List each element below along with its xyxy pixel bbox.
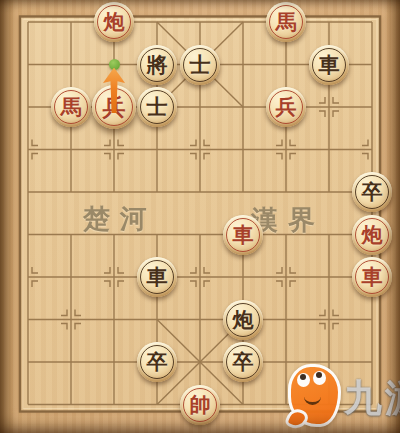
- jiuyou-mascot-icon: [288, 364, 341, 427]
- piece-glyph: 兵: [266, 87, 306, 127]
- watermark-text: 九游: [344, 373, 400, 424]
- piece-glyph: 卒: [137, 342, 177, 382]
- piece-red-chariot[interactable]: 車: [223, 215, 263, 255]
- jiuyou-watermark: 九游: [286, 360, 400, 432]
- piece-red-horse[interactable]: 馬: [51, 87, 91, 127]
- piece-glyph: 車: [352, 257, 392, 297]
- piece-glyph: 車: [223, 215, 263, 255]
- piece-glyph: 馬: [51, 87, 91, 127]
- piece-black-soldier[interactable]: 卒: [352, 172, 392, 212]
- piece-glyph: 炮: [352, 215, 392, 255]
- piece-glyph: 卒: [223, 342, 263, 382]
- piece-red-cannon[interactable]: 炮: [94, 2, 134, 42]
- mascot-mouth: [304, 393, 321, 405]
- piece-black-chariot[interactable]: 車: [309, 45, 349, 85]
- mascot-left-eye: [297, 373, 310, 387]
- mascot-right-eye: [313, 371, 326, 385]
- piece-black-soldier[interactable]: 卒: [223, 342, 263, 382]
- piece-red-general[interactable]: 帥: [180, 385, 220, 425]
- piece-red-horse[interactable]: 馬: [266, 2, 306, 42]
- piece-glyph: 車: [137, 257, 177, 297]
- piece-black-soldier[interactable]: 卒: [137, 342, 177, 382]
- piece-red-cannon[interactable]: 炮: [352, 215, 392, 255]
- piece-glyph: 卒: [352, 172, 392, 212]
- piece-glyph: 帥: [180, 385, 220, 425]
- piece-black-chariot[interactable]: 車: [137, 257, 177, 297]
- piece-glyph: 馬: [266, 2, 306, 42]
- piece-glyph: 將: [137, 45, 177, 85]
- piece-glyph: 車: [309, 45, 349, 85]
- mascot-tail: [284, 406, 311, 433]
- piece-red-chariot[interactable]: 車: [352, 257, 392, 297]
- piece-black-general[interactable]: 將: [137, 45, 177, 85]
- piece-black-advisor[interactable]: 士: [180, 45, 220, 85]
- xiangqi-app: 楚河 漢界 炮馬將士車馬士兵卒車炮車車炮卒卒帥兵 九游: [0, 0, 400, 433]
- piece-black-cannon[interactable]: 炮: [223, 300, 263, 340]
- piece-glyph: 士: [180, 45, 220, 85]
- piece-black-advisor[interactable]: 士: [137, 87, 177, 127]
- piece-glyph: 士: [137, 87, 177, 127]
- piece-glyph: 炮: [223, 300, 263, 340]
- piece-glyph: 炮: [94, 2, 134, 42]
- piece-red-soldier[interactable]: 兵: [266, 87, 306, 127]
